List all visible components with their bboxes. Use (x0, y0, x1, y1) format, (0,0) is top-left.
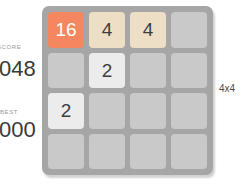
empty-cell-r4c3 (130, 134, 166, 170)
empty-cell-r2c1 (48, 53, 84, 89)
tile-4-r1c3: 4 (130, 12, 166, 48)
empty-cell-r2c3 (130, 53, 166, 89)
empty-cell-r3c2 (89, 93, 125, 129)
game-screen: SCORE 048 BEST 000 164422 4x4 (0, 0, 250, 188)
best-value: 000 (0, 119, 36, 141)
tile-grid: 164422 (42, 6, 213, 175)
best-label: BEST (0, 109, 18, 115)
empty-cell-r2c4 (171, 53, 207, 89)
empty-cell-r4c2 (89, 134, 125, 170)
score-value: 048 (0, 58, 36, 80)
empty-cell-r4c4 (171, 134, 207, 170)
empty-cell-r4c1 (48, 134, 84, 170)
board-size-label: 4x4 (219, 83, 235, 94)
score-panel: SCORE 048 BEST 000 (0, 0, 42, 188)
empty-cell-r3c4 (171, 93, 207, 129)
empty-cell-r1c4 (171, 12, 207, 48)
empty-cell-r3c3 (130, 93, 166, 129)
score-label: SCORE (0, 44, 21, 50)
tile-2-r3c1: 2 (48, 93, 84, 129)
board-2048[interactable]: 164422 (42, 6, 213, 175)
tile-4-r1c2: 4 (89, 12, 125, 48)
tile-2-r2c2: 2 (89, 53, 125, 89)
tile-16-r1c1: 16 (48, 12, 84, 48)
